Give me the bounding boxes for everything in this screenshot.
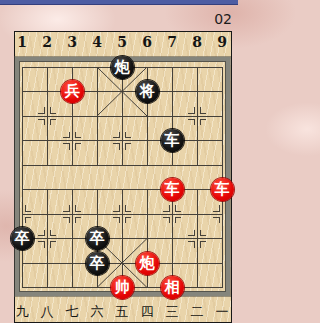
- column-label-bottom-7: 三: [166, 303, 179, 321]
- column-label-top-3: 3: [67, 34, 77, 50]
- column-label-top-1: 1: [17, 34, 27, 50]
- piece-black-soldier[interactable]: 卒: [86, 227, 109, 250]
- column-label-bottom-2: 八: [41, 303, 54, 321]
- column-label-top-6: 6: [142, 34, 152, 50]
- column-label-top-8: 8: [192, 34, 202, 50]
- app-background: { "game": "xiangqi", "page": { "corner_l…: [0, 0, 238, 323]
- piece-red-chariot[interactable]: 车: [211, 178, 234, 201]
- puzzle-number-label: 02: [214, 11, 232, 27]
- piece-black-soldier[interactable]: 卒: [11, 227, 34, 250]
- column-label-bottom-1: 九: [16, 303, 29, 321]
- piece-red-soldier[interactable]: 兵: [61, 80, 84, 103]
- piece-red-general[interactable]: 帅: [111, 276, 134, 299]
- board-inner-frame: [15, 57, 230, 296]
- column-label-bottom-6: 四: [141, 303, 154, 321]
- column-label-bottom-3: 七: [66, 303, 79, 321]
- piece-black-general[interactable]: 将: [136, 80, 159, 103]
- window-top-strip: [0, 0, 238, 5]
- xiangqi-board[interactable]: 123456789 九八七六五四三二一 炮兵将车车车卒卒卒炮帅相: [14, 31, 232, 323]
- column-label-top-4: 4: [92, 34, 102, 50]
- column-label-top-5: 5: [117, 34, 127, 50]
- column-label-bottom-4: 六: [91, 303, 104, 321]
- piece-red-chariot[interactable]: 车: [161, 178, 184, 201]
- piece-black-cannon[interactable]: 炮: [111, 56, 134, 79]
- column-label-bottom-9: 一: [216, 303, 229, 321]
- column-label-top-9: 9: [217, 34, 227, 50]
- column-label-bottom-5: 五: [116, 303, 129, 321]
- column-label-bottom-8: 二: [191, 303, 204, 321]
- column-label-top-2: 2: [42, 34, 52, 50]
- column-label-top-7: 7: [167, 34, 177, 50]
- piece-red-cannon[interactable]: 炮: [136, 252, 159, 275]
- piece-red-elephant[interactable]: 相: [161, 276, 184, 299]
- piece-black-soldier[interactable]: 卒: [86, 252, 109, 275]
- piece-black-chariot[interactable]: 车: [161, 129, 184, 152]
